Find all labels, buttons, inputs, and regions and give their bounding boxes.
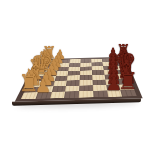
square-f2-r0 [50,92,65,99]
square-f5-r0 [93,91,108,98]
board-grid [21,58,137,99]
square-f3-r0 [64,91,79,98]
square-f4-r0 [79,91,93,98]
square-f7-r0 [121,90,137,97]
chess-set-product-photo: ♜♟♟♜♞♟♟♞♝♟♟♝♚♟♟♚♛♟♟♛♝♟♟♝♞♟♟♞♜♟♟♜ [0,0,150,150]
board-tilt-wrapper [11,0,142,102]
chess-board [15,57,143,102]
